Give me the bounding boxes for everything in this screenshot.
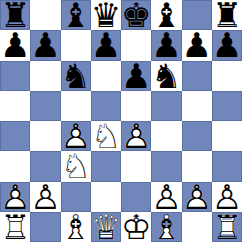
square-h4[interactable]: [212, 121, 242, 151]
square-g1[interactable]: [182, 212, 212, 242]
piece-outline-layer: ♙: [0, 182, 30, 212]
piece-fill-layer: ♟: [182, 30, 212, 60]
square-f5[interactable]: [151, 91, 181, 121]
piece-outline-layer: ♘: [61, 151, 91, 181]
black-pawn-piece[interactable]: ♟: [182, 30, 212, 60]
piece-outline-layer: ♙: [30, 182, 60, 212]
square-f1[interactable]: ♝♗: [151, 212, 181, 242]
square-h5[interactable]: [212, 91, 242, 121]
black-rook-piece[interactable]: ♜: [212, 0, 242, 30]
piece-outline-layer: ♗: [151, 212, 181, 242]
piece-fill-layer: ♜: [212, 0, 242, 30]
piece-outline-layer: ♖: [0, 212, 30, 242]
square-d5[interactable]: [91, 91, 121, 121]
black-king-piece[interactable]: ♚: [121, 0, 151, 30]
black-pawn-piece[interactable]: ♟: [151, 30, 181, 60]
square-a6[interactable]: [0, 61, 30, 91]
square-h7[interactable]: ♟: [212, 30, 242, 60]
square-b7[interactable]: ♟: [30, 30, 60, 60]
white-pawn-piece[interactable]: ♟♙: [212, 182, 242, 212]
square-c5[interactable]: [61, 91, 91, 121]
square-e5[interactable]: [121, 91, 151, 121]
white-bishop-piece[interactable]: ♝♗: [61, 212, 91, 242]
square-f8[interactable]: ♝: [151, 0, 181, 30]
square-c4[interactable]: ♟♙: [61, 121, 91, 151]
white-pawn-piece[interactable]: ♟♙: [151, 182, 181, 212]
black-pawn-piece[interactable]: ♟: [91, 30, 121, 60]
black-knight-piece[interactable]: ♞: [151, 61, 181, 91]
square-d8[interactable]: ♛: [91, 0, 121, 30]
square-h2[interactable]: ♟♙: [212, 182, 242, 212]
piece-outline-layer: ♖: [212, 212, 242, 242]
square-b2[interactable]: ♟♙: [30, 182, 60, 212]
square-a8[interactable]: ♜: [0, 0, 30, 30]
black-pawn-piece[interactable]: ♟: [30, 30, 60, 60]
black-pawn-piece[interactable]: ♟: [0, 30, 30, 60]
square-b1[interactable]: [30, 212, 60, 242]
square-d7[interactable]: ♟: [91, 30, 121, 60]
square-h6[interactable]: [212, 61, 242, 91]
square-d3[interactable]: [91, 151, 121, 181]
piece-outline-layer: ♙: [121, 121, 151, 151]
piece-outline-layer: ♔: [121, 212, 151, 242]
black-bishop-piece[interactable]: ♝: [151, 0, 181, 30]
square-h3[interactable]: [212, 151, 242, 181]
white-pawn-piece[interactable]: ♟♙: [121, 121, 151, 151]
piece-fill-layer: ♞: [151, 61, 181, 91]
piece-fill-layer: ♟: [91, 30, 121, 60]
piece-fill-layer: ♟: [0, 30, 30, 60]
square-c8[interactable]: ♝: [61, 0, 91, 30]
square-b8[interactable]: [30, 0, 60, 30]
square-h1[interactable]: ♜♖: [212, 212, 242, 242]
square-g4[interactable]: [182, 121, 212, 151]
piece-outline-layer: ♙: [212, 182, 242, 212]
square-e4[interactable]: ♟♙: [121, 121, 151, 151]
piece-outline-layer: ♙: [151, 182, 181, 212]
square-f4[interactable]: [151, 121, 181, 151]
black-pawn-piece[interactable]: ♟: [212, 30, 242, 60]
piece-fill-layer: ♟: [121, 61, 151, 91]
square-c7[interactable]: [61, 30, 91, 60]
square-a5[interactable]: [0, 91, 30, 121]
square-a4[interactable]: [0, 121, 30, 151]
white-pawn-piece[interactable]: ♟♙: [30, 182, 60, 212]
piece-fill-layer: ♞: [61, 61, 91, 91]
white-queen-piece[interactable]: ♛♕: [91, 212, 121, 242]
square-d1[interactable]: ♛♕: [91, 212, 121, 242]
black-rook-piece[interactable]: ♜: [0, 0, 30, 30]
square-e8[interactable]: ♚: [121, 0, 151, 30]
piece-outline-layer: ♘: [91, 121, 121, 151]
square-g3[interactable]: [182, 151, 212, 181]
square-d4[interactable]: ♞♘: [91, 121, 121, 151]
square-b4[interactable]: [30, 121, 60, 151]
square-f6[interactable]: ♞: [151, 61, 181, 91]
white-king-piece[interactable]: ♚♔: [121, 212, 151, 242]
square-d2[interactable]: [91, 182, 121, 212]
black-pawn-piece[interactable]: ♟: [121, 61, 151, 91]
square-e2[interactable]: [121, 182, 151, 212]
black-queen-piece[interactable]: ♛: [91, 0, 121, 30]
black-knight-piece[interactable]: ♞: [61, 61, 91, 91]
piece-fill-layer: ♟: [151, 30, 181, 60]
white-rook-piece[interactable]: ♜♖: [212, 212, 242, 242]
piece-fill-layer: ♚: [121, 0, 151, 30]
piece-outline-layer: ♙: [182, 182, 212, 212]
square-g8[interactable]: [182, 0, 212, 30]
square-e7[interactable]: [121, 30, 151, 60]
piece-fill-layer: ♟: [212, 30, 242, 60]
square-g7[interactable]: ♟: [182, 30, 212, 60]
white-bishop-piece[interactable]: ♝♗: [151, 212, 181, 242]
white-knight-piece[interactable]: ♞♘: [61, 151, 91, 181]
square-a2[interactable]: ♟♙: [0, 182, 30, 212]
piece-outline-layer: ♗: [61, 212, 91, 242]
white-pawn-piece[interactable]: ♟♙: [182, 182, 212, 212]
square-b3[interactable]: [30, 151, 60, 181]
white-rook-piece[interactable]: ♜♖: [0, 212, 30, 242]
square-b5[interactable]: [30, 91, 60, 121]
square-c6[interactable]: ♞: [61, 61, 91, 91]
square-c3[interactable]: ♞♘: [61, 151, 91, 181]
square-h8[interactable]: ♜: [212, 0, 242, 30]
white-pawn-piece[interactable]: ♟♙: [61, 121, 91, 151]
square-f3[interactable]: [151, 151, 181, 181]
square-c1[interactable]: ♝♗: [61, 212, 91, 242]
square-f2[interactable]: ♟♙: [151, 182, 181, 212]
square-e3[interactable]: [121, 151, 151, 181]
piece-outline-layer: ♕: [91, 212, 121, 242]
square-d6[interactable]: [91, 61, 121, 91]
square-a3[interactable]: [0, 151, 30, 181]
piece-fill-layer: ♜: [0, 0, 30, 30]
square-e1[interactable]: ♚♔: [121, 212, 151, 242]
square-e6[interactable]: ♟: [121, 61, 151, 91]
chess-board: ♜♝♛♚♝♜♟♟♟♟♟♟♞♟♞♟♙♞♘♟♙♞♘♟♙♟♙♟♙♟♙♟♙♜♖♝♗♛♕♚…: [0, 0, 242, 242]
square-f7[interactable]: ♟: [151, 30, 181, 60]
square-a1[interactable]: ♜♖: [0, 212, 30, 242]
square-c2[interactable]: [61, 182, 91, 212]
piece-outline-layer: ♙: [61, 121, 91, 151]
white-pawn-piece[interactable]: ♟♙: [0, 182, 30, 212]
piece-fill-layer: ♛: [91, 0, 121, 30]
square-g5[interactable]: [182, 91, 212, 121]
piece-fill-layer: ♝: [151, 0, 181, 30]
piece-fill-layer: ♟: [30, 30, 60, 60]
black-bishop-piece[interactable]: ♝: [61, 0, 91, 30]
square-b6[interactable]: [30, 61, 60, 91]
square-g2[interactable]: ♟♙: [182, 182, 212, 212]
piece-fill-layer: ♝: [61, 0, 91, 30]
square-a7[interactable]: ♟: [0, 30, 30, 60]
square-g6[interactable]: [182, 61, 212, 91]
white-knight-piece[interactable]: ♞♘: [91, 121, 121, 151]
